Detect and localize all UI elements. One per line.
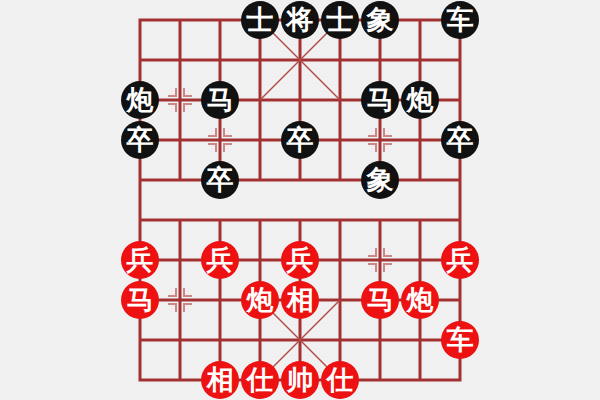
piece-black-advisor[interactable]: 士 — [321, 1, 359, 39]
piece-red-cannon[interactable]: 炮 — [241, 281, 279, 319]
piece-black-cannon[interactable]: 炮 — [121, 81, 159, 119]
piece-red-pawn[interactable]: 兵 — [121, 241, 159, 279]
piece-black-elephant[interactable]: 象 — [361, 161, 399, 199]
piece-black-elephant[interactable]: 象 — [361, 1, 399, 39]
piece-red-chariot[interactable]: 车 — [441, 321, 479, 359]
piece-grid: 士将士象车炮马马炮卒卒卒卒象兵兵兵兵马炮相马炮车相仕帅仕 — [120, 0, 480, 400]
piece-black-pawn[interactable]: 卒 — [121, 121, 159, 159]
piece-black-pawn[interactable]: 卒 — [201, 161, 239, 199]
piece-red-king[interactable]: 帅 — [281, 361, 319, 399]
piece-red-elephant[interactable]: 相 — [201, 361, 239, 399]
piece-red-pawn[interactable]: 兵 — [281, 241, 319, 279]
piece-black-chariot[interactable]: 车 — [441, 1, 479, 39]
piece-black-advisor[interactable]: 士 — [241, 1, 279, 39]
piece-red-cannon[interactable]: 炮 — [401, 281, 439, 319]
piece-red-advisor[interactable]: 仕 — [321, 361, 359, 399]
piece-red-advisor[interactable]: 仕 — [241, 361, 279, 399]
piece-red-horse[interactable]: 马 — [121, 281, 159, 319]
piece-red-pawn[interactable]: 兵 — [201, 241, 239, 279]
xiangqi-board: 士将士象车炮马马炮卒卒卒卒象兵兵兵兵马炮相马炮车相仕帅仕 — [0, 0, 600, 400]
piece-black-pawn[interactable]: 卒 — [281, 121, 319, 159]
piece-black-horse[interactable]: 马 — [201, 81, 239, 119]
piece-red-horse[interactable]: 马 — [361, 281, 399, 319]
piece-black-cannon[interactable]: 炮 — [401, 81, 439, 119]
piece-red-pawn[interactable]: 兵 — [441, 241, 479, 279]
piece-black-king[interactable]: 将 — [281, 1, 319, 39]
piece-black-horse[interactable]: 马 — [361, 81, 399, 119]
piece-black-pawn[interactable]: 卒 — [441, 121, 479, 159]
piece-red-elephant[interactable]: 相 — [281, 281, 319, 319]
